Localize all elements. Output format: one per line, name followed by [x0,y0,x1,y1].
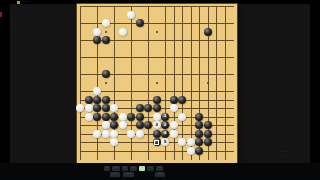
board-intersection[interactable] [186,36,195,45]
board-intersection[interactable] [152,87,161,96]
board-intersection[interactable] [186,87,195,96]
board-intersection[interactable] [93,121,102,130]
board-intersection[interactable] [135,70,144,79]
nav-item-current[interactable]: ·· [139,166,145,171]
board-intersection[interactable] [195,78,204,87]
board-intersection[interactable] [152,44,161,53]
board-intersection[interactable] [203,147,212,156]
board-intersection[interactable] [169,78,178,87]
board-intersection[interactable] [221,19,230,28]
board-intersection[interactable] [118,147,127,156]
board-intersection[interactable] [178,104,187,113]
board-intersection[interactable] [229,36,238,45]
board-intersection[interactable] [212,44,221,53]
board-intersection[interactable] [127,104,136,113]
board-intersection[interactable] [84,61,93,70]
board-intersection[interactable] [229,138,238,147]
board-intersection[interactable] [118,138,127,147]
board-intersection[interactable] [195,70,204,79]
board-intersection[interactable] [203,112,212,121]
board-intersection[interactable] [127,10,136,19]
board-intersection[interactable] [212,2,221,11]
board-intersection[interactable] [93,70,102,79]
board-intersection[interactable] [135,138,144,147]
board-intersection[interactable] [186,2,195,11]
board-intersection[interactable] [101,87,110,96]
board-intersection[interactable] [161,61,170,70]
board-intersection[interactable] [186,27,195,36]
board-intersection[interactable] [221,61,230,70]
board-intersection[interactable] [178,61,187,70]
board-intersection[interactable] [152,138,161,147]
board-intersection[interactable] [76,53,85,62]
board-intersection[interactable] [127,53,136,62]
board-intersection[interactable] [229,95,238,104]
board-intersection[interactable] [84,129,93,138]
board-intersection[interactable] [186,121,195,130]
board-intersection[interactable] [203,2,212,11]
board-intersection[interactable] [186,147,195,156]
board-intersection[interactable] [84,70,93,79]
board-intersection[interactable] [203,104,212,113]
board-intersection[interactable] [169,44,178,53]
board-intersection[interactable] [221,78,230,87]
board-intersection[interactable] [203,138,212,147]
board-intersection[interactable] [161,104,170,113]
board-intersection[interactable] [169,87,178,96]
board-intersection[interactable] [169,27,178,36]
board-intersection[interactable] [144,61,153,70]
board-intersection[interactable]: 4 [161,129,170,138]
board-intersection[interactable] [118,61,127,70]
board-intersection[interactable] [93,44,102,53]
board-intersection[interactable] [93,61,102,70]
nav-item[interactable]: ··· [130,166,137,171]
board-intersection[interactable] [101,129,110,138]
board-intersection[interactable] [212,112,221,121]
board-intersection[interactable] [169,61,178,70]
board-intersection[interactable] [84,2,93,11]
board-intersection[interactable] [135,129,144,138]
board-intersection[interactable] [101,36,110,45]
board-intersection[interactable] [144,44,153,53]
board-intersection[interactable] [110,138,119,147]
board-intersection[interactable] [76,19,85,28]
board-intersection[interactable] [84,10,93,19]
board-intersection[interactable] [152,95,161,104]
board-intersection[interactable] [144,70,153,79]
board-intersection[interactable] [169,129,178,138]
board-intersection[interactable] [118,70,127,79]
board-intersection[interactable] [178,112,187,121]
board-intersection[interactable] [169,95,178,104]
board-intersection[interactable] [76,95,85,104]
board-intersection[interactable] [229,10,238,19]
board-intersection[interactable] [229,44,238,53]
board-intersection[interactable] [152,61,161,70]
board-intersection[interactable] [195,2,204,11]
board-intersection[interactable] [169,2,178,11]
go-board[interactable]: 13245 [77,4,237,163]
board-intersection[interactable] [93,95,102,104]
board-intersection[interactable] [186,129,195,138]
board-intersection[interactable] [144,87,153,96]
board-intersection[interactable] [76,87,85,96]
board-intersection[interactable] [161,70,170,79]
nav-item[interactable]: ··· [156,166,163,171]
board-intersection[interactable] [110,36,119,45]
board-intersection[interactable] [127,61,136,70]
board-intersection[interactable] [169,138,178,147]
board-intersection[interactable] [178,87,187,96]
board-intersection[interactable] [195,138,204,147]
board-intersection[interactable] [135,112,144,121]
board-intersection[interactable] [212,95,221,104]
board-intersection[interactable] [152,129,161,138]
board-intersection[interactable] [186,112,195,121]
board-intersection[interactable] [221,87,230,96]
board-intersection[interactable] [144,78,153,87]
board-intersection[interactable] [93,104,102,113]
board-intersection[interactable] [84,36,93,45]
board-intersection[interactable] [169,104,178,113]
board-intersection[interactable] [229,2,238,11]
board-intersection[interactable] [178,95,187,104]
board-intersection[interactable] [186,70,195,79]
board-intersection[interactable] [101,19,110,28]
board-intersection[interactable] [135,36,144,45]
nav-item[interactable]: ··· [112,166,119,171]
board-intersection[interactable] [110,95,119,104]
toolbar-button[interactable]: ···· [123,172,133,177]
board-intersection[interactable] [93,138,102,147]
board-intersection[interactable] [118,44,127,53]
board-intersection[interactable] [144,36,153,45]
board-intersection[interactable] [101,121,110,130]
board-intersection[interactable] [169,36,178,45]
board-intersection[interactable] [135,147,144,156]
board-intersection[interactable] [118,121,127,130]
board-intersection[interactable] [195,27,204,36]
board-intersection[interactable] [229,112,238,121]
board-intersection[interactable] [127,19,136,28]
board-intersection[interactable] [76,10,85,19]
board-intersection[interactable] [152,104,161,113]
board-intersection[interactable] [186,104,195,113]
board-intersection[interactable] [93,27,102,36]
board-intersection[interactable] [152,53,161,62]
board-intersection[interactable] [169,10,178,19]
board-intersection[interactable] [135,44,144,53]
board-intersection[interactable] [135,19,144,28]
board-intersection[interactable] [76,147,85,156]
board-intersection[interactable] [178,147,187,156]
board-intersection[interactable] [169,53,178,62]
board-intersection[interactable] [135,10,144,19]
board-intersection[interactable] [76,121,85,130]
board-intersection[interactable] [144,10,153,19]
board-intersection[interactable] [93,36,102,45]
board-intersection[interactable] [84,53,93,62]
board-intersection[interactable] [195,44,204,53]
board-intersection[interactable] [203,44,212,53]
board-intersection[interactable] [101,70,110,79]
board-intersection[interactable] [212,87,221,96]
board-intersection[interactable] [212,78,221,87]
board-intersection[interactable] [144,95,153,104]
board-intersection[interactable] [127,78,136,87]
board-intersection[interactable] [135,87,144,96]
board-intersection[interactable] [186,10,195,19]
board-intersection[interactable] [127,87,136,96]
board-intersection[interactable] [93,19,102,28]
board-intersection[interactable] [195,19,204,28]
board-intersection[interactable] [203,27,212,36]
board-intersection[interactable] [161,10,170,19]
board-intersection[interactable] [221,70,230,79]
board-intersection[interactable] [101,53,110,62]
board-intersection[interactable] [221,104,230,113]
board-intersection[interactable] [152,2,161,11]
board-intersection[interactable] [186,138,195,147]
board-intersection[interactable] [221,44,230,53]
board-intersection[interactable] [221,112,230,121]
board-intersection[interactable] [178,129,187,138]
board-intersection[interactable] [76,104,85,113]
board-intersection[interactable] [127,27,136,36]
board-intersection[interactable] [178,78,187,87]
board-intersection[interactable] [127,112,136,121]
board-intersection[interactable] [203,121,212,130]
board-intersection[interactable] [186,78,195,87]
board-intersection[interactable] [118,112,127,121]
board-intersection[interactable] [118,2,127,11]
board-intersection[interactable] [161,147,170,156]
board-intersection[interactable] [169,112,178,121]
board-intersection[interactable] [152,19,161,28]
board-intersection[interactable] [76,78,85,87]
board-intersection[interactable] [229,104,238,113]
board-intersection[interactable] [221,10,230,19]
board-intersection[interactable] [169,121,178,130]
board-intersection[interactable] [110,104,119,113]
board-intersection[interactable] [118,10,127,19]
board-intersection[interactable] [127,121,136,130]
board-intersection[interactable] [195,147,204,156]
board-intersection[interactable] [84,44,93,53]
board-intersection[interactable] [212,27,221,36]
board-intersection[interactable] [135,78,144,87]
board-intersection[interactable] [118,129,127,138]
board-intersection[interactable] [110,27,119,36]
board-intersection[interactable] [229,147,238,156]
board-intersection[interactable] [212,19,221,28]
board-intersection[interactable] [84,138,93,147]
board-intersection[interactable] [152,36,161,45]
board-intersection[interactable] [221,27,230,36]
board-intersection[interactable] [203,87,212,96]
board-intersection[interactable] [161,78,170,87]
board-intersection[interactable] [203,53,212,62]
board-intersection[interactable] [161,19,170,28]
board-intersection[interactable] [110,10,119,19]
board-intersection[interactable] [118,27,127,36]
board-intersection[interactable] [186,95,195,104]
board-intersection[interactable] [203,61,212,70]
board-intersection[interactable] [101,95,110,104]
board-intersection[interactable] [203,70,212,79]
nav-item[interactable]: ·· [147,166,153,171]
board-intersection[interactable] [212,36,221,45]
board-intersection[interactable] [152,147,161,156]
board-intersection[interactable] [221,53,230,62]
board-intersection[interactable] [195,95,204,104]
board-intersection[interactable] [195,36,204,45]
board-intersection[interactable]: 2 [161,121,170,130]
board-intersection[interactable] [93,10,102,19]
board-intersection[interactable] [144,19,153,28]
board-intersection[interactable] [178,138,187,147]
board-intersection[interactable] [84,27,93,36]
board-intersection[interactable] [118,36,127,45]
board-intersection[interactable] [135,53,144,62]
board-intersection[interactable] [195,104,204,113]
board-intersection[interactable] [152,27,161,36]
board-intersection[interactable] [93,147,102,156]
board-intersection[interactable] [101,61,110,70]
board-intersection[interactable] [144,104,153,113]
board-intersection[interactable] [135,121,144,130]
board-intersection[interactable] [135,27,144,36]
board-intersection[interactable] [127,95,136,104]
board-intersection[interactable] [195,61,204,70]
board-intersection[interactable] [144,2,153,11]
board-intersection[interactable] [212,61,221,70]
board-intersection[interactable] [118,87,127,96]
board-intersection[interactable] [229,27,238,36]
board-intersection[interactable] [110,70,119,79]
board-intersection[interactable] [84,19,93,28]
board-intersection[interactable] [101,104,110,113]
board-intersection[interactable] [178,27,187,36]
board-intersection[interactable] [84,95,93,104]
board-intersection[interactable]: 1 [161,112,170,121]
board-intersection[interactable] [76,138,85,147]
board-intersection[interactable] [110,2,119,11]
board-intersection[interactable] [178,70,187,79]
board-intersection[interactable] [152,10,161,19]
board-intersection[interactable] [229,78,238,87]
board-intersection[interactable] [203,19,212,28]
board-intersection[interactable] [110,112,119,121]
board-intersection[interactable] [161,95,170,104]
board-intersection[interactable] [144,112,153,121]
board-intersection[interactable] [169,19,178,28]
board-intersection[interactable] [212,53,221,62]
board-intersection[interactable] [169,70,178,79]
board-intersection[interactable] [195,112,204,121]
board-intersection[interactable] [144,138,153,147]
board-intersection[interactable] [186,44,195,53]
board-intersection[interactable]: 5 [161,138,170,147]
board-intersection[interactable] [229,61,238,70]
board-intersection[interactable] [84,147,93,156]
board-intersection[interactable] [127,138,136,147]
board-intersection[interactable] [135,2,144,11]
board-intersection[interactable] [178,36,187,45]
board-intersection[interactable] [118,95,127,104]
board-intersection[interactable] [186,53,195,62]
board-intersection[interactable] [93,87,102,96]
board-intersection[interactable] [93,129,102,138]
board-intersection[interactable] [212,10,221,19]
board-intersection[interactable] [110,129,119,138]
board-intersection[interactable] [127,44,136,53]
board-intersection[interactable] [195,10,204,19]
board-intersection[interactable] [127,129,136,138]
board-intersection[interactable] [212,129,221,138]
board-intersection[interactable] [221,129,230,138]
board-intersection[interactable] [93,2,102,11]
board-intersection[interactable] [93,112,102,121]
nav-item[interactable]: ·· [104,166,110,171]
board-intersection[interactable] [76,61,85,70]
board-intersection[interactable] [110,78,119,87]
board-intersection[interactable] [195,121,204,130]
board-intersection[interactable] [212,70,221,79]
board-intersection[interactable] [144,121,153,130]
board-intersection[interactable] [221,121,230,130]
board-intersection[interactable] [144,129,153,138]
board-intersection[interactable] [212,147,221,156]
board-intersection[interactable] [127,36,136,45]
board-intersection[interactable] [127,70,136,79]
board-intersection[interactable] [84,87,93,96]
board-intersection[interactable] [76,129,85,138]
board-intersection[interactable] [101,112,110,121]
nav-item[interactable]: ·· [122,166,128,171]
board-intersection[interactable] [135,95,144,104]
board-intersection[interactable] [212,138,221,147]
board-intersection[interactable] [152,70,161,79]
board-intersection[interactable] [161,87,170,96]
board-intersection[interactable] [93,53,102,62]
board-intersection[interactable] [144,147,153,156]
board-intersection[interactable] [161,36,170,45]
board-intersection[interactable]: 3 [152,121,161,130]
board-intersection[interactable] [178,19,187,28]
board-intersection[interactable] [76,27,85,36]
board-intersection[interactable] [221,36,230,45]
board-intersection[interactable] [161,2,170,11]
board-intersection[interactable] [76,70,85,79]
board-intersection[interactable] [110,121,119,130]
board-intersection[interactable] [229,121,238,130]
board-intersection[interactable] [229,53,238,62]
board-intersection[interactable] [118,78,127,87]
board-intersection[interactable] [76,44,85,53]
board-intersection[interactable] [110,19,119,28]
board-intersection[interactable] [221,138,230,147]
board-intersection[interactable] [178,2,187,11]
board-intersection[interactable] [203,36,212,45]
board-intersection[interactable] [110,147,119,156]
board-intersection[interactable] [118,19,127,28]
board-intersection[interactable] [110,44,119,53]
board-intersection[interactable] [178,121,187,130]
board-intersection[interactable] [101,10,110,19]
board-intersection[interactable] [169,147,178,156]
